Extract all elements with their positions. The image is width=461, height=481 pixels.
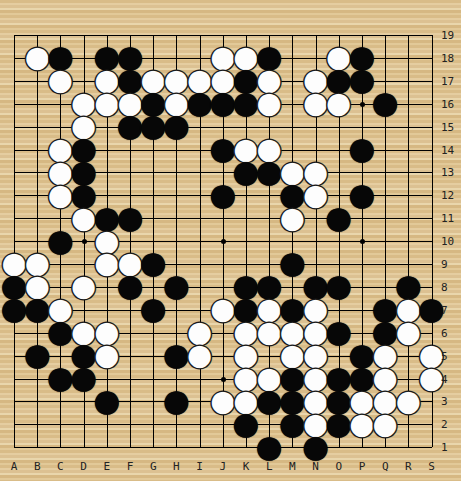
intersection-f15[interactable]: ● [118,115,141,138]
intersection-r16[interactable] [397,92,420,115]
intersection-o13[interactable] [327,161,350,184]
intersection-o6[interactable]: ● [327,321,350,344]
black-stone-j12: ● [209,183,236,206]
white-stone-o16: ● [325,91,352,114]
intersection-b13[interactable] [26,161,49,184]
row-label-13: 13 [441,166,454,179]
intersection-k13[interactable]: ● [234,161,257,184]
intersection-g7[interactable]: ● [142,298,165,321]
intersection-m16[interactable] [281,92,304,115]
intersection-a19[interactable] [2,24,25,47]
intersection-r11[interactable] [397,207,420,230]
intersection-g15[interactable]: ● [142,115,165,138]
intersection-g9[interactable]: ● [142,252,165,275]
intersection-b11[interactable] [26,207,49,230]
intersection-k10[interactable] [234,230,257,253]
intersection-h11[interactable] [165,207,188,230]
intersection-h19[interactable] [165,24,188,47]
intersection-m9[interactable]: ● [281,252,304,275]
intersection-i8[interactable] [188,275,211,298]
intersection-s18[interactable] [420,46,443,69]
intersection-g11[interactable] [142,207,165,230]
intersection-i9[interactable] [188,252,211,275]
intersection-d2[interactable] [72,413,95,436]
intersection-b15[interactable] [26,115,49,138]
intersection-q12[interactable] [373,184,396,207]
intersection-p9[interactable] [350,252,373,275]
col-label-h: H [173,460,180,473]
intersection-o14[interactable] [327,138,350,161]
col-label-d: D [80,460,87,473]
intersection-m11[interactable]: ● [281,207,304,230]
intersection-b16[interactable] [26,92,49,115]
col-label-s: S [428,460,435,473]
intersection-g13[interactable] [142,161,165,184]
intersection-r12[interactable] [397,184,420,207]
col-label-j: J [219,460,226,473]
row-label-7: 7 [441,303,448,316]
intersection-i2[interactable] [188,413,211,436]
row-label-5: 5 [441,349,448,362]
row-label-19: 19 [441,29,454,42]
intersection-p12[interactable]: ● [350,184,373,207]
intersection-g3[interactable] [142,390,165,413]
intersection-i11[interactable] [188,207,211,230]
col-label-o: O [335,460,342,473]
intersection-d19[interactable] [72,24,95,47]
white-stone-q2: ● [371,412,398,435]
intersection-j14[interactable]: ● [211,138,234,161]
intersection-q10[interactable] [373,230,396,253]
intersection-e5[interactable]: ● [95,344,118,367]
intersection-f6[interactable] [118,321,141,344]
col-label-l: L [266,460,273,473]
black-stone-e3: ● [93,389,120,412]
intersection-b5[interactable]: ● [26,344,49,367]
row-label-18: 18 [441,51,454,64]
black-stone-p14: ● [348,137,375,160]
intersection-g12[interactable] [142,184,165,207]
intersection-h13[interactable] [165,161,188,184]
intersection-a14[interactable] [2,138,25,161]
intersection-s10[interactable] [420,230,443,253]
intersection-o16[interactable]: ● [327,92,350,115]
intersection-q19[interactable] [373,24,396,47]
white-stone-m11: ● [279,206,306,229]
intersection-h12[interactable] [165,184,188,207]
intersection-s4[interactable]: ● [420,367,443,390]
col-label-r: R [405,460,412,473]
intersection-q18[interactable] [373,46,396,69]
intersection-a3[interactable] [2,390,25,413]
col-label-f: F [127,460,134,473]
intersection-e1[interactable] [95,436,118,459]
intersection-c10[interactable]: ● [49,230,72,253]
intersection-i14[interactable] [188,138,211,161]
intersection-m2[interactable]: ● [281,413,304,436]
intersection-c12[interactable]: ● [49,184,72,207]
intersection-r17[interactable] [397,69,420,92]
black-stone-h3: ● [163,389,190,412]
black-stone-h15: ● [163,114,190,137]
intersection-j10[interactable] [211,230,234,253]
intersection-i3[interactable] [188,390,211,413]
intersection-s12[interactable] [420,184,443,207]
intersection-b3[interactable] [26,390,49,413]
black-stone-g7: ● [140,297,167,320]
intersection-b18[interactable]: ● [26,46,49,69]
intersection-q13[interactable] [373,161,396,184]
intersection-m18[interactable] [281,46,304,69]
intersection-f8[interactable]: ● [118,275,141,298]
intersection-s7[interactable]: ● [420,298,443,321]
row-label-12: 12 [441,189,454,202]
intersection-e13[interactable] [95,161,118,184]
intersection-a11[interactable] [2,207,25,230]
intersection-j16[interactable]: ● [211,92,234,115]
intersection-r10[interactable] [397,230,420,253]
intersection-s14[interactable] [420,138,443,161]
row-label-1: 1 [441,441,448,454]
intersection-o2[interactable]: ● [327,413,350,436]
intersection-d4[interactable]: ● [72,367,95,390]
intersection-g1[interactable] [142,436,165,459]
intersection-a4[interactable] [2,367,25,390]
black-stone-h8: ● [163,274,190,297]
intersection-b1[interactable] [26,436,49,459]
intersection-h10[interactable] [165,230,188,253]
white-stone-d8: ● [70,274,97,297]
intersection-h1[interactable] [165,436,188,459]
intersection-s1[interactable] [420,436,443,459]
intersection-s11[interactable] [420,207,443,230]
black-stone-l1: ● [256,435,283,458]
intersection-r3[interactable]: ● [397,390,420,413]
intersection-k2[interactable]: ● [234,413,257,436]
intersection-d8[interactable]: ● [72,275,95,298]
row-label-9: 9 [441,258,448,271]
col-label-n: N [312,460,319,473]
intersection-l11[interactable] [257,207,280,230]
intersection-j3[interactable]: ● [211,390,234,413]
black-stone-q16: ● [371,91,398,114]
intersection-n19[interactable] [304,24,327,47]
intersection-m19[interactable] [281,24,304,47]
intersection-m15[interactable] [281,115,304,138]
intersection-q11[interactable] [373,207,396,230]
intersection-o8[interactable]: ● [327,275,350,298]
intersection-c17[interactable]: ● [49,69,72,92]
black-stone-o8: ● [325,274,352,297]
intersection-j7[interactable]: ● [211,298,234,321]
col-label-b: B [34,460,41,473]
intersection-j9[interactable] [211,252,234,275]
intersection-s16[interactable] [420,92,443,115]
intersection-b7[interactable]: ● [26,298,49,321]
col-label-a: A [11,460,18,473]
intersection-d1[interactable] [72,436,95,459]
intersection-i13[interactable] [188,161,211,184]
intersection-j1[interactable] [211,436,234,459]
intersection-f1[interactable] [118,436,141,459]
intersection-j5[interactable] [211,344,234,367]
row-label-6: 6 [441,326,448,339]
black-stone-n1: ● [302,435,329,458]
intersection-a15[interactable] [2,115,25,138]
intersection-k11[interactable] [234,207,257,230]
intersection-i12[interactable] [188,184,211,207]
intersection-f11[interactable]: ● [118,207,141,230]
intersection-a16[interactable] [2,92,25,115]
intersection-j12[interactable]: ● [211,184,234,207]
col-label-g: G [150,460,157,473]
intersection-p7[interactable] [350,298,373,321]
row-label-3: 3 [441,395,448,408]
intersection-r13[interactable] [397,161,420,184]
intersection-a17[interactable] [2,69,25,92]
intersection-c6[interactable]: ● [49,321,72,344]
intersection-c2[interactable] [49,413,72,436]
intersection-r18[interactable] [397,46,420,69]
white-stone-r3: ● [395,389,422,412]
intersection-p17[interactable]: ● [350,69,373,92]
black-stone-f11: ● [116,206,143,229]
intersection-s19[interactable] [420,24,443,47]
white-stone-e5: ● [93,343,120,366]
intersection-n12[interactable]: ● [304,184,327,207]
intersection-n1[interactable]: ● [304,436,327,459]
intersection-f13[interactable] [118,161,141,184]
intersection-i10[interactable] [188,230,211,253]
intersection-h3[interactable]: ● [165,390,188,413]
intersection-f4[interactable] [118,367,141,390]
intersection-h8[interactable]: ● [165,275,188,298]
intersection-a2[interactable] [2,413,25,436]
intersection-o11[interactable]: ● [327,207,350,230]
intersection-e3[interactable]: ● [95,390,118,413]
col-label-c: C [57,460,64,473]
col-label-i: I [196,460,203,473]
intersection-d11[interactable]: ● [72,207,95,230]
row-label-8: 8 [441,280,448,293]
go-board: ●●●●●●●●●●●●●●●●●●●●●●●●●●●●●●●●●●●●●●●●… [2,24,443,459]
intersection-b12[interactable] [26,184,49,207]
intersection-e9[interactable]: ● [95,252,118,275]
intersection-r6[interactable]: ● [397,321,420,344]
intersection-f2[interactable] [118,413,141,436]
row-label-11: 11 [441,212,454,225]
row-label-14: 14 [441,143,454,156]
intersection-p8[interactable] [350,275,373,298]
row-label-15: 15 [441,120,454,133]
intersection-l3[interactable]: ● [257,390,280,413]
col-label-p: P [359,460,366,473]
intersection-g4[interactable] [142,367,165,390]
row-label-17: 17 [441,74,454,87]
intersection-q9[interactable] [373,252,396,275]
row-label-16: 16 [441,97,454,110]
intersection-n10[interactable] [304,230,327,253]
black-stone-c10: ● [47,229,74,252]
intersection-g19[interactable] [142,24,165,47]
intersection-i5[interactable]: ● [188,344,211,367]
intersection-g5[interactable] [142,344,165,367]
intersection-p2[interactable]: ● [350,413,373,436]
intersection-c4[interactable]: ● [49,367,72,390]
intersection-s2[interactable] [420,413,443,436]
intersection-q2[interactable]: ● [373,413,396,436]
intersection-e16[interactable]: ● [95,92,118,115]
col-label-e: E [103,460,110,473]
intersection-r19[interactable] [397,24,420,47]
intersection-r14[interactable] [397,138,420,161]
intersection-b14[interactable] [26,138,49,161]
intersection-i1[interactable] [188,436,211,459]
intersection-d18[interactable] [72,46,95,69]
intersection-e14[interactable] [95,138,118,161]
intersection-l1[interactable]: ● [257,436,280,459]
col-label-m: M [289,460,296,473]
intersection-m17[interactable] [281,69,304,92]
intersection-a18[interactable] [2,46,25,69]
intersection-l13[interactable]: ● [257,161,280,184]
intersection-h5[interactable]: ● [165,344,188,367]
intersection-q14[interactable] [373,138,396,161]
intersection-a13[interactable] [2,161,25,184]
row-label-10: 10 [441,235,454,248]
intersection-i16[interactable]: ● [188,92,211,115]
col-label-q: Q [382,460,389,473]
intersection-f3[interactable] [118,390,141,413]
intersection-l16[interactable]: ● [257,92,280,115]
intersection-l6[interactable]: ● [257,321,280,344]
intersection-a7[interactable]: ● [2,298,25,321]
intersection-r1[interactable] [397,436,420,459]
intersection-n16[interactable]: ● [304,92,327,115]
intersection-k16[interactable]: ● [234,92,257,115]
intersection-s13[interactable] [420,161,443,184]
intersection-g2[interactable] [142,413,165,436]
intersection-p10[interactable] [350,230,373,253]
go-board-screenshot: ●●●●●●●●●●●●●●●●●●●●●●●●●●●●●●●●●●●●●●●●… [0,0,461,481]
intersection-a5[interactable] [2,344,25,367]
intersection-s9[interactable] [420,252,443,275]
white-stone-l16: ● [256,91,283,114]
intersection-s15[interactable] [420,115,443,138]
intersection-h15[interactable]: ● [165,115,188,138]
intersection-l10[interactable] [257,230,280,253]
white-stone-i5: ● [186,343,213,366]
black-stone-p12: ● [348,183,375,206]
intersection-a12[interactable] [2,184,25,207]
intersection-r15[interactable] [397,115,420,138]
intersection-i19[interactable] [188,24,211,47]
intersection-p14[interactable]: ● [350,138,373,161]
intersection-s17[interactable] [420,69,443,92]
row-label-4: 4 [441,372,448,385]
intersection-f5[interactable] [118,344,141,367]
intersection-a1[interactable] [2,436,25,459]
row-label-2: 2 [441,418,448,431]
black-stone-o11: ● [325,206,352,229]
col-label-k: K [243,460,250,473]
intersection-b2[interactable] [26,413,49,436]
intersection-q16[interactable]: ● [373,92,396,115]
intersection-c1[interactable] [49,436,72,459]
